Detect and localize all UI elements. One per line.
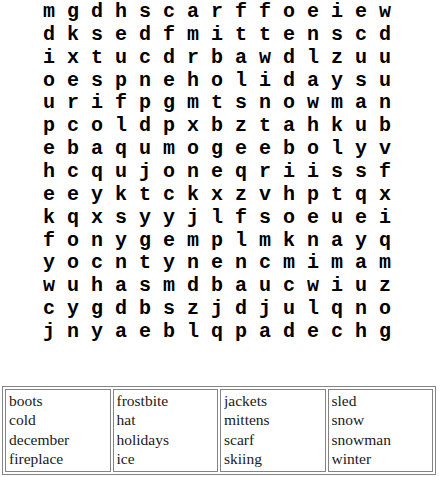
grid-cell-r1c3[interactable]: d	[85, 1, 109, 24]
grid-cell-r3c8[interactable]: b	[205, 47, 229, 70]
grid-cell-r7c2[interactable]: b	[61, 138, 85, 161]
grid-cell-r4c10[interactable]: i	[253, 70, 277, 93]
word-list-item: scarf	[224, 430, 323, 449]
grid-cell-r3c1[interactable]: i	[37, 47, 61, 70]
grid-cell-r11c10[interactable]: m	[253, 230, 277, 253]
grid-cell-r8c3[interactable]: q	[85, 161, 109, 184]
grid-cell-r4c3[interactable]: s	[85, 70, 109, 93]
word-list-item: snow	[332, 410, 431, 429]
grid-cell-r8c4[interactable]: u	[109, 161, 133, 184]
grid-cell-r3c11[interactable]: d	[277, 47, 301, 70]
word-list-column-4: sledsnowsnowmanwinter	[328, 389, 434, 472]
grid-cell-r10c7[interactable]: j	[181, 207, 205, 230]
grid-cell-r11c6[interactable]: e	[157, 230, 181, 253]
word-list-item: skiing	[224, 449, 323, 468]
grid-cell-r12c3[interactable]: c	[85, 252, 109, 275]
grid-cell-r3c4[interactable]: u	[109, 47, 133, 70]
grid-cell-r10c9[interactable]: f	[229, 207, 253, 230]
grid-cell-r1c8[interactable]: r	[205, 1, 229, 24]
grid-cell-r8c10[interactable]: r	[253, 161, 277, 184]
grid-cell-r8c12[interactable]: i	[301, 161, 325, 184]
grid-cell-r6c11[interactable]: a	[277, 115, 301, 138]
grid-cell-r8c7[interactable]: n	[181, 161, 205, 184]
word-list-item: ice	[117, 449, 216, 468]
grid-cell-r8c14[interactable]: s	[349, 161, 373, 184]
grid-cell-r1c7[interactable]: a	[181, 1, 205, 24]
grid-cell-r1c11[interactable]: o	[277, 1, 301, 24]
grid-cell-r14c9[interactable]: d	[229, 298, 253, 321]
grid-cell-r6c13[interactable]: k	[325, 115, 349, 138]
grid-cell-r14c12[interactable]: l	[301, 298, 325, 321]
grid-cell-r13c11[interactable]: c	[277, 275, 301, 298]
grid-cell-r6c12[interactable]: h	[301, 115, 325, 138]
grid-cell-r12c6[interactable]: y	[157, 252, 181, 275]
grid-cell-r3c3[interactable]: t	[85, 47, 109, 70]
grid-cell-r3c14[interactable]: u	[349, 47, 373, 70]
word-list-item: mittens	[224, 410, 323, 429]
word-list-item: winter	[332, 449, 431, 468]
grid-cell-r4c1[interactable]: o	[37, 70, 61, 93]
grid-cell-r7c12[interactable]: o	[301, 138, 325, 161]
grid-cell-r13c10[interactable]: u	[253, 275, 277, 298]
grid-cell-r15c13[interactable]: c	[325, 321, 349, 344]
grid-cell-r6c14[interactable]: u	[349, 115, 373, 138]
grid-cell-r14c8[interactable]: j	[205, 298, 229, 321]
grid-cell-r4c4[interactable]: p	[109, 70, 133, 93]
word-list-item: holidays	[117, 430, 216, 449]
grid-cell-r2c5[interactable]: d	[133, 24, 157, 47]
grid-cell-r5c3[interactable]: i	[85, 92, 109, 115]
grid-cell-r15c10[interactable]: a	[253, 321, 277, 344]
grid-cell-r12c7[interactable]: n	[181, 252, 205, 275]
grid-cell-r14c5[interactable]: b	[133, 298, 157, 321]
grid-cell-r12c15[interactable]: m	[373, 252, 397, 275]
grid-cell-r9c5[interactable]: t	[133, 184, 157, 207]
grid-cell-r4c11[interactable]: d	[277, 70, 301, 93]
grid-cell-r4c15[interactable]: u	[373, 70, 397, 93]
grid-cell-r15c4[interactable]: a	[109, 321, 133, 344]
grid-cell-r5c2[interactable]: r	[61, 92, 85, 115]
grid-cell-r6c10[interactable]: t	[253, 115, 277, 138]
grid-cell-r6c3[interactable]: o	[85, 115, 109, 138]
grid-cell-r14c3[interactable]: g	[85, 298, 109, 321]
grid-cell-r1c12[interactable]: e	[301, 1, 325, 24]
grid-cell-r3c7[interactable]: r	[181, 47, 205, 70]
grid-cell-r3c12[interactable]: l	[301, 47, 325, 70]
grid-cell-r2c12[interactable]: n	[301, 24, 325, 47]
letter-grid: mgdhscarffoeiewdksedfmittenscdixtucdrbaw…	[37, 1, 397, 344]
grid-cell-r2c13[interactable]: s	[325, 24, 349, 47]
grid-cell-r15c9[interactable]: p	[229, 321, 253, 344]
grid-cell-r8c1[interactable]: h	[37, 161, 61, 184]
word-list-table: bootscolddecemberfireplacefrostbitehatho…	[2, 386, 436, 475]
grid-cell-r9c11[interactable]: h	[277, 184, 301, 207]
word-list-item: fireplace	[9, 449, 108, 468]
grid-cell-r14c11[interactable]: u	[277, 298, 301, 321]
grid-cell-r10c2[interactable]: q	[61, 207, 85, 230]
grid-cell-r5c4[interactable]: f	[109, 92, 133, 115]
grid-cell-r13c3[interactable]: h	[85, 275, 109, 298]
grid-cell-r5c14[interactable]: a	[349, 92, 373, 115]
grid-cell-r15c1[interactable]: j	[37, 321, 61, 344]
grid-cell-r7c10[interactable]: e	[253, 138, 277, 161]
grid-cell-r11c2[interactable]: o	[61, 230, 85, 253]
grid-cell-r9c4[interactable]: k	[109, 184, 133, 207]
grid-cell-r12c1[interactable]: y	[37, 252, 61, 275]
grid-cell-r15c14[interactable]: h	[349, 321, 373, 344]
grid-cell-r4c6[interactable]: e	[157, 70, 181, 93]
grid-cell-r8c9[interactable]: q	[229, 161, 253, 184]
grid-cell-r5c1[interactable]: u	[37, 92, 61, 115]
grid-cell-r15c8[interactable]: q	[205, 321, 229, 344]
grid-cell-r11c14[interactable]: y	[349, 230, 373, 253]
grid-cell-r11c5[interactable]: g	[133, 230, 157, 253]
grid-cell-r8c2[interactable]: c	[61, 161, 85, 184]
grid-cell-r2c7[interactable]: m	[181, 24, 205, 47]
word-list-item: cold	[9, 410, 108, 429]
word-list-item: frostbite	[117, 391, 216, 410]
word-list-item: boots	[9, 391, 108, 410]
grid-cell-r13c1[interactable]: w	[37, 275, 61, 298]
grid-cell-r1c2[interactable]: g	[61, 1, 85, 24]
grid-cell-r8c8[interactable]: e	[205, 161, 229, 184]
grid-cell-r2c10[interactable]: t	[253, 24, 277, 47]
grid-cell-r12c5[interactable]: t	[133, 252, 157, 275]
grid-cell-r6c9[interactable]: z	[229, 115, 253, 138]
grid-cell-r4c9[interactable]: l	[229, 70, 253, 93]
grid-cell-r11c7[interactable]: m	[181, 230, 205, 253]
grid-cell-r10c3[interactable]: x	[85, 207, 109, 230]
grid-cell-r11c4[interactable]: y	[109, 230, 133, 253]
grid-cell-r6c7[interactable]: x	[181, 115, 205, 138]
grid-cell-r9c2[interactable]: e	[61, 184, 85, 207]
word-list-item: jackets	[224, 391, 323, 410]
grid-cell-r3c6[interactable]: d	[157, 47, 181, 70]
grid-cell-r14c15[interactable]: o	[373, 298, 397, 321]
grid-cell-r1c10[interactable]: f	[253, 1, 277, 24]
grid-cell-r8c11[interactable]: i	[277, 161, 301, 184]
grid-cell-r13c4[interactable]: a	[109, 275, 133, 298]
grid-cell-r12c4[interactable]: n	[109, 252, 133, 275]
grid-cell-r7c1[interactable]: e	[37, 138, 61, 161]
grid-cell-r7c7[interactable]: o	[181, 138, 205, 161]
grid-cell-r11c13[interactable]: a	[325, 230, 349, 253]
grid-cell-r4c7[interactable]: h	[181, 70, 205, 93]
grid-cell-r8c5[interactable]: j	[133, 161, 157, 184]
grid-cell-r7c9[interactable]: e	[229, 138, 253, 161]
grid-cell-r3c5[interactable]: c	[133, 47, 157, 70]
grid-cell-r10c12[interactable]: e	[301, 207, 325, 230]
grid-cell-r4c13[interactable]: y	[325, 70, 349, 93]
grid-cell-r15c15[interactable]: g	[373, 321, 397, 344]
grid-cell-r5c9[interactable]: s	[229, 92, 253, 115]
grid-cell-r10c4[interactable]: s	[109, 207, 133, 230]
grid-cell-r1c4[interactable]: h	[109, 1, 133, 24]
grid-cell-r14c2[interactable]: y	[61, 298, 85, 321]
grid-cell-r1c9[interactable]: f	[229, 1, 253, 24]
word-list-row: bootscolddecemberfireplacefrostbitehatho…	[5, 389, 433, 472]
grid-cell-r2c4[interactable]: e	[109, 24, 133, 47]
grid-cell-r10c13[interactable]: u	[325, 207, 349, 230]
grid-cell-r15c12[interactable]: e	[301, 321, 325, 344]
grid-cell-r14c14[interactable]: n	[349, 298, 373, 321]
grid-cell-r15c6[interactable]: b	[157, 321, 181, 344]
grid-cell-r2c8[interactable]: i	[205, 24, 229, 47]
grid-cell-r13c8[interactable]: b	[205, 275, 229, 298]
grid-cell-r4c8[interactable]: o	[205, 70, 229, 93]
grid-cell-r2c2[interactable]: k	[61, 24, 85, 47]
grid-cell-r10c14[interactable]: e	[349, 207, 373, 230]
grid-cell-r2c15[interactable]: d	[373, 24, 397, 47]
grid-cell-r15c11[interactable]: d	[277, 321, 301, 344]
grid-cell-r9c13[interactable]: t	[325, 184, 349, 207]
grid-cell-r2c1[interactable]: d	[37, 24, 61, 47]
grid-cell-r10c10[interactable]: s	[253, 207, 277, 230]
grid-cell-r1c13[interactable]: i	[325, 1, 349, 24]
grid-cell-r15c2[interactable]: n	[61, 321, 85, 344]
grid-cell-r2c6[interactable]: f	[157, 24, 181, 47]
grid-cell-r6c2[interactable]: c	[61, 115, 85, 138]
grid-cell-r14c1[interactable]: c	[37, 298, 61, 321]
grid-cell-r7c11[interactable]: b	[277, 138, 301, 161]
grid-cell-r13c12[interactable]: w	[301, 275, 325, 298]
grid-cell-r2c14[interactable]: c	[349, 24, 373, 47]
grid-cell-r2c3[interactable]: s	[85, 24, 109, 47]
grid-cell-r11c3[interactable]: n	[85, 230, 109, 253]
grid-cell-r9c8[interactable]: x	[205, 184, 229, 207]
grid-cell-r5c6[interactable]: g	[157, 92, 181, 115]
grid-cell-r2c11[interactable]: e	[277, 24, 301, 47]
grid-cell-r5c7[interactable]: m	[181, 92, 205, 115]
grid-cell-r12c8[interactable]: e	[205, 252, 229, 275]
grid-cell-r1c5[interactable]: s	[133, 1, 157, 24]
grid-cell-r13c13[interactable]: i	[325, 275, 349, 298]
grid-cell-r1c1[interactable]: m	[37, 1, 61, 24]
grid-cell-r5c10[interactable]: n	[253, 92, 277, 115]
grid-cell-r11c12[interactable]: n	[301, 230, 325, 253]
grid-cell-r15c7[interactable]: l	[181, 321, 205, 344]
grid-cell-r5c15[interactable]: n	[373, 92, 397, 115]
grid-cell-r7c5[interactable]: u	[133, 138, 157, 161]
grid-cell-r15c3[interactable]: y	[85, 321, 109, 344]
grid-cell-r1c15[interactable]: w	[373, 1, 397, 24]
grid-cell-r2c9[interactable]: t	[229, 24, 253, 47]
grid-cell-r14c10[interactable]: j	[253, 298, 277, 321]
grid-cell-r6c1[interactable]: p	[37, 115, 61, 138]
grid-cell-r3c9[interactable]: a	[229, 47, 253, 70]
grid-cell-r3c2[interactable]: x	[61, 47, 85, 70]
grid-cell-r14c4[interactable]: d	[109, 298, 133, 321]
grid-cell-r8c15[interactable]: f	[373, 161, 397, 184]
grid-cell-r3c15[interactable]: u	[373, 47, 397, 70]
grid-cell-r5c12[interactable]: w	[301, 92, 325, 115]
grid-cell-r3c13[interactable]: z	[325, 47, 349, 70]
grid-cell-r4c5[interactable]: n	[133, 70, 157, 93]
grid-cell-r13c7[interactable]: d	[181, 275, 205, 298]
grid-cell-r12c13[interactable]: m	[325, 252, 349, 275]
grid-cell-r10c6[interactable]: y	[157, 207, 181, 230]
grid-cell-r6c15[interactable]: b	[373, 115, 397, 138]
grid-cell-r6c4[interactable]: l	[109, 115, 133, 138]
grid-cell-r4c12[interactable]: a	[301, 70, 325, 93]
grid-cell-r9c3[interactable]: y	[85, 184, 109, 207]
grid-cell-r12c11[interactable]: m	[277, 252, 301, 275]
grid-cell-r8c6[interactable]: o	[157, 161, 181, 184]
grid-cell-r6c8[interactable]: b	[205, 115, 229, 138]
grid-cell-r15c5[interactable]: e	[133, 321, 157, 344]
grid-cell-r3c10[interactable]: w	[253, 47, 277, 70]
grid-cell-r5c13[interactable]: m	[325, 92, 349, 115]
grid-cell-r13c9[interactable]: a	[229, 275, 253, 298]
grid-cell-r10c11[interactable]: o	[277, 207, 301, 230]
grid-cell-r6c5[interactable]: d	[133, 115, 157, 138]
grid-cell-r13c15[interactable]: z	[373, 275, 397, 298]
grid-cell-r9c12[interactable]: p	[301, 184, 325, 207]
word-list-item: december	[9, 430, 108, 449]
grid-cell-r7c8[interactable]: g	[205, 138, 229, 161]
grid-cell-r5c8[interactable]: t	[205, 92, 229, 115]
grid-cell-r12c9[interactable]: n	[229, 252, 253, 275]
grid-cell-r13c14[interactable]: u	[349, 275, 373, 298]
grid-cell-r6c6[interactable]: p	[157, 115, 181, 138]
grid-cell-r7c15[interactable]: v	[373, 138, 397, 161]
grid-cell-r1c6[interactable]: c	[157, 1, 181, 24]
grid-cell-r7c4[interactable]: q	[109, 138, 133, 161]
grid-cell-r9c7[interactable]: k	[181, 184, 205, 207]
grid-cell-r4c2[interactable]: e	[61, 70, 85, 93]
grid-cell-r9c1[interactable]: e	[37, 184, 61, 207]
grid-cell-r12c10[interactable]: c	[253, 252, 277, 275]
grid-cell-r10c8[interactable]: l	[205, 207, 229, 230]
grid-cell-r10c1[interactable]: k	[37, 207, 61, 230]
grid-cell-r10c5[interactable]: y	[133, 207, 157, 230]
grid-cell-r11c11[interactable]: k	[277, 230, 301, 253]
grid-cell-r7c13[interactable]: l	[325, 138, 349, 161]
grid-cell-r9c9[interactable]: z	[229, 184, 253, 207]
grid-cell-r9c10[interactable]: v	[253, 184, 277, 207]
grid-cell-r10c15[interactable]: i	[373, 207, 397, 230]
word-list-column-2: frostbitehatholidaysice	[113, 389, 219, 472]
grid-cell-r9c6[interactable]: c	[157, 184, 181, 207]
word-list-item: sled	[332, 391, 431, 410]
grid-cell-r5c11[interactable]: o	[277, 92, 301, 115]
grid-cell-r12c2[interactable]: o	[61, 252, 85, 275]
grid-cell-r14c7[interactable]: z	[181, 298, 205, 321]
grid-cell-r5c5[interactable]: p	[133, 92, 157, 115]
grid-cell-r7c3[interactable]: a	[85, 138, 109, 161]
grid-cell-r12c12[interactable]: i	[301, 252, 325, 275]
grid-cell-r9c14[interactable]: q	[349, 184, 373, 207]
grid-cell-r14c13[interactable]: q	[325, 298, 349, 321]
word-list-item: hat	[117, 410, 216, 429]
grid-cell-r13c2[interactable]: u	[61, 275, 85, 298]
word-search-page: mgdhscarffoeiewdksedfmittenscdixtucdrbaw…	[0, 0, 443, 477]
grid-cell-r13c6[interactable]: m	[157, 275, 181, 298]
grid-cell-r14c6[interactable]: s	[157, 298, 181, 321]
grid-cell-r9c15[interactable]: x	[373, 184, 397, 207]
grid-cell-r11c1[interactable]: f	[37, 230, 61, 253]
grid-cell-r8c13[interactable]: s	[325, 161, 349, 184]
grid-cell-r7c14[interactable]: y	[349, 138, 373, 161]
grid-cell-r11c8[interactable]: p	[205, 230, 229, 253]
grid-cell-r7c6[interactable]: m	[157, 138, 181, 161]
grid-cell-r4c14[interactable]: s	[349, 70, 373, 93]
grid-cell-r1c14[interactable]: e	[349, 1, 373, 24]
grid-cell-r13c5[interactable]: s	[133, 275, 157, 298]
grid-cell-r12c14[interactable]: a	[349, 252, 373, 275]
grid-cell-r11c9[interactable]: l	[229, 230, 253, 253]
grid-cell-r11c15[interactable]: q	[373, 230, 397, 253]
word-list-item: snowman	[332, 430, 431, 449]
word-list-column-3: jacketsmittensscarfskiing	[220, 389, 326, 472]
word-list-column-1: bootscolddecemberfireplace	[5, 389, 111, 472]
